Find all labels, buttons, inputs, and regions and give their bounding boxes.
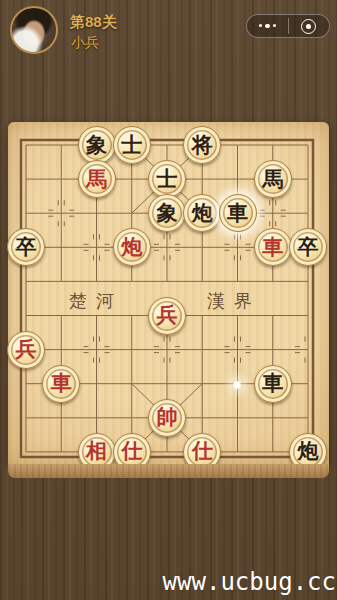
- piece-red-帥[interactable]: 帥: [148, 399, 186, 437]
- piece-red-兵[interactable]: 兵: [7, 331, 45, 369]
- piece-red-仕[interactable]: 仕: [183, 433, 221, 471]
- piece-black-士[interactable]: 士: [113, 126, 151, 164]
- piece-black-将[interactable]: 将: [183, 126, 221, 164]
- player-avatar[interactable]: [10, 6, 58, 54]
- piece-black-車[interactable]: 車: [254, 365, 292, 403]
- close-button[interactable]: [289, 15, 330, 37]
- piece-black-車[interactable]: 車: [219, 194, 257, 232]
- piece-red-仕[interactable]: 仕: [113, 433, 151, 471]
- watermark: www.ucbug.cc: [163, 568, 336, 596]
- piece-red-炮[interactable]: 炮: [113, 228, 151, 266]
- opponent-name: 小兵: [71, 34, 99, 52]
- piece-red-兵[interactable]: 兵: [148, 297, 186, 335]
- more-button[interactable]: [247, 15, 288, 37]
- piece-black-象[interactable]: 象: [78, 126, 116, 164]
- piece-black-士[interactable]: 士: [148, 160, 186, 198]
- wechat-capsule: [246, 14, 330, 38]
- river-text-right: 漢界: [207, 291, 261, 311]
- river-text-left: 楚河: [69, 291, 123, 311]
- piece-red-車[interactable]: 車: [42, 365, 80, 403]
- piece-red-馬[interactable]: 馬: [78, 160, 116, 198]
- touch-sparkle: [232, 380, 242, 390]
- piece-black-炮[interactable]: 炮: [289, 433, 327, 471]
- board[interactable]: 楚河 漢界 象士将馬士馬象炮車卒炮車卒兵兵車車帥相仕仕炮: [8, 122, 329, 464]
- more-icon: [259, 24, 277, 29]
- header: 第88关 小兵: [0, 0, 337, 60]
- piece-black-象[interactable]: 象: [148, 194, 186, 232]
- piece-red-相[interactable]: 相: [78, 433, 116, 471]
- piece-black-馬[interactable]: 馬: [254, 160, 292, 198]
- piece-red-車[interactable]: 車: [254, 228, 292, 266]
- close-icon: [301, 19, 316, 34]
- level-title: 第88关: [70, 13, 117, 32]
